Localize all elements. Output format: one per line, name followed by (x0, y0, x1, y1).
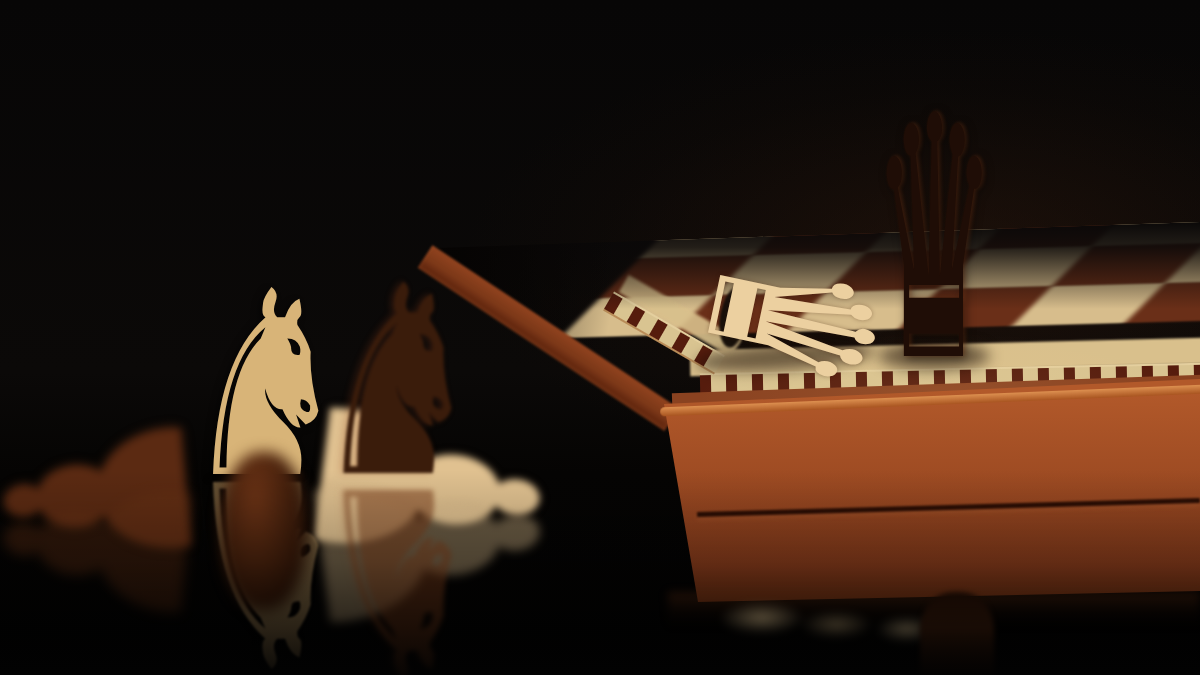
photo-stage: ♛♛♟♟♟♟♞♞♞♞ (0, 0, 1200, 675)
vignette (0, 0, 1200, 675)
